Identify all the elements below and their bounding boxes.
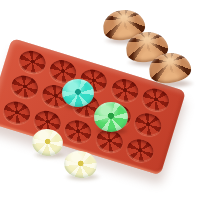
green-glazed-donut — [94, 102, 128, 132]
mold-cavity — [132, 111, 164, 140]
teal-glazed-donut — [62, 79, 94, 107]
product-photo — [0, 0, 210, 210]
mold-cavity — [124, 136, 156, 165]
mold-cavity — [62, 117, 94, 146]
mold-cavity — [16, 48, 48, 77]
mold-cavity — [140, 85, 172, 114]
mold-cavity — [109, 76, 141, 105]
mold-cavity — [1, 98, 33, 127]
mold-cavity — [8, 73, 40, 102]
